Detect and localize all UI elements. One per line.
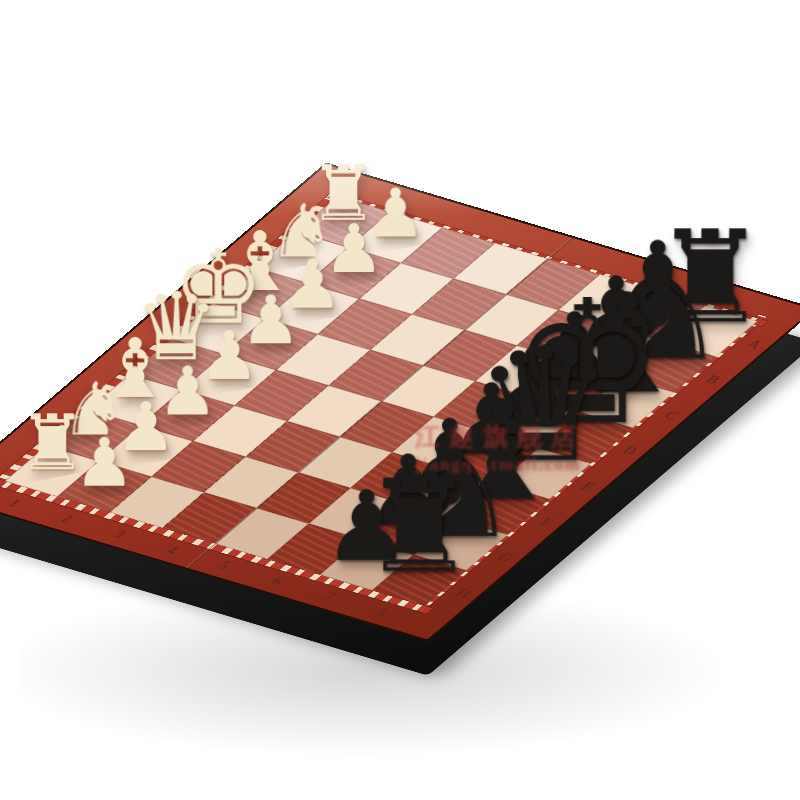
chess-piece-glyph: ♜ [344,463,494,590]
rank-label-2: 2 [35,498,98,540]
product-photo: 12345678 HGFEDCBA ♜♞♝♛♚♝♞♜♟♟♟♟♟♟♟♟♟♟♟♟♟♟… [0,0,800,800]
chess-piece-glyph: ♟ [29,430,179,497]
